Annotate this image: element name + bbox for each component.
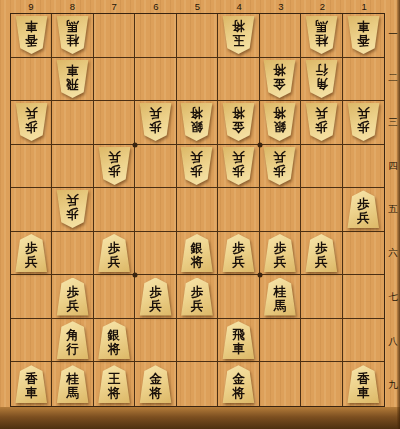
cell-5-8[interactable] bbox=[177, 319, 218, 363]
cell-4-2[interactable] bbox=[218, 58, 259, 102]
file-label-6: 6 bbox=[135, 0, 177, 13]
cell-8-1[interactable]: 桂馬 bbox=[52, 14, 93, 58]
piece-sente-pawn[interactable]: 歩兵 bbox=[180, 278, 213, 316]
cell-2-4[interactable] bbox=[301, 145, 342, 189]
cell-5-9[interactable] bbox=[177, 362, 218, 406]
cell-4-7[interactable] bbox=[218, 275, 259, 319]
cell-1-3[interactable]: 歩兵 bbox=[343, 101, 384, 145]
piece-gote-gold[interactable]: 金将 bbox=[222, 103, 255, 141]
cell-1-4[interactable] bbox=[343, 145, 384, 189]
cell-2-6[interactable]: 歩兵 bbox=[301, 232, 342, 276]
cell-9-7[interactable] bbox=[11, 275, 52, 319]
cell-6-8[interactable] bbox=[135, 319, 176, 363]
file-label-4: 4 bbox=[218, 0, 260, 13]
cell-4-5[interactable] bbox=[218, 188, 259, 232]
piece-sente-pawn[interactable]: 歩兵 bbox=[305, 234, 338, 272]
cell-7-7[interactable] bbox=[94, 275, 135, 319]
cell-5-3[interactable]: 銀将 bbox=[177, 101, 218, 145]
piece-sente-knight[interactable]: 桂馬 bbox=[263, 278, 296, 316]
piece-gote-pawn[interactable]: 歩兵 bbox=[347, 103, 380, 141]
cell-5-6[interactable]: 銀将 bbox=[177, 232, 218, 276]
piece-gote-gold[interactable]: 金将 bbox=[263, 60, 296, 98]
cell-9-6[interactable]: 歩兵 bbox=[11, 232, 52, 276]
file-label-9: 9 bbox=[10, 0, 52, 13]
cell-6-7[interactable]: 歩兵 bbox=[135, 275, 176, 319]
piece-gote-bishop[interactable]: 角行 bbox=[305, 60, 338, 98]
piece-sente-lance[interactable]: 香車 bbox=[15, 365, 48, 403]
cell-5-7[interactable]: 歩兵 bbox=[177, 275, 218, 319]
cell-6-6[interactable] bbox=[135, 232, 176, 276]
piece-sente-pawn[interactable]: 歩兵 bbox=[263, 234, 296, 272]
file-label-2: 2 bbox=[302, 0, 344, 13]
cell-7-5[interactable] bbox=[94, 188, 135, 232]
piece-sente-gold[interactable]: 金将 bbox=[222, 365, 255, 403]
file-label-7: 7 bbox=[93, 0, 135, 13]
cell-6-3[interactable]: 歩兵 bbox=[135, 101, 176, 145]
cell-7-9[interactable]: 王将 bbox=[94, 362, 135, 406]
cell-3-9[interactable] bbox=[260, 362, 301, 406]
cell-2-3[interactable]: 歩兵 bbox=[301, 101, 342, 145]
cell-7-6[interactable]: 歩兵 bbox=[94, 232, 135, 276]
cell-2-5[interactable] bbox=[301, 188, 342, 232]
piece-gote-knight[interactable]: 桂馬 bbox=[56, 16, 89, 54]
piece-gote-lance[interactable]: 香車 bbox=[15, 16, 48, 54]
hoshi-dot bbox=[257, 273, 262, 278]
cell-1-8[interactable] bbox=[343, 319, 384, 363]
piece-gote-pawn[interactable]: 歩兵 bbox=[56, 190, 89, 228]
piece-gote-pawn[interactable]: 歩兵 bbox=[305, 103, 338, 141]
cell-8-6[interactable] bbox=[52, 232, 93, 276]
cell-3-1[interactable] bbox=[260, 14, 301, 58]
file-label-8: 8 bbox=[52, 0, 94, 13]
piece-gote-silver[interactable]: 銀将 bbox=[263, 103, 296, 141]
cell-2-9[interactable] bbox=[301, 362, 342, 406]
cell-5-1[interactable] bbox=[177, 14, 218, 58]
cell-7-1[interactable] bbox=[94, 14, 135, 58]
cell-8-4[interactable] bbox=[52, 145, 93, 189]
cell-2-8[interactable] bbox=[301, 319, 342, 363]
piece-gote-pawn[interactable]: 歩兵 bbox=[180, 147, 213, 185]
piece-gote-pawn[interactable]: 歩兵 bbox=[263, 147, 296, 185]
piece-sente-silver[interactable]: 銀将 bbox=[98, 321, 131, 359]
piece-gote-lance[interactable]: 香車 bbox=[347, 16, 380, 54]
hoshi-dot bbox=[133, 142, 138, 147]
cell-1-2[interactable] bbox=[343, 58, 384, 102]
cell-7-3[interactable] bbox=[94, 101, 135, 145]
piece-sente-pawn[interactable]: 歩兵 bbox=[139, 278, 172, 316]
piece-sente-pawn[interactable]: 歩兵 bbox=[347, 190, 380, 228]
cell-6-4[interactable] bbox=[135, 145, 176, 189]
piece-sente-gold[interactable]: 金将 bbox=[139, 365, 172, 403]
cell-2-2[interactable]: 角行 bbox=[301, 58, 342, 102]
cell-1-6[interactable] bbox=[343, 232, 384, 276]
piece-gote-pawn[interactable]: 歩兵 bbox=[15, 103, 48, 141]
piece-gote-pawn[interactable]: 歩兵 bbox=[98, 147, 131, 185]
cell-9-1[interactable]: 香車 bbox=[11, 14, 52, 58]
cell-9-3[interactable]: 歩兵 bbox=[11, 101, 52, 145]
file-label-1: 1 bbox=[343, 0, 385, 13]
file-label-3: 3 bbox=[260, 0, 302, 13]
piece-sente-knight[interactable]: 桂馬 bbox=[56, 365, 89, 403]
cell-8-8[interactable]: 角行 bbox=[52, 319, 93, 363]
cell-8-7[interactable]: 歩兵 bbox=[52, 275, 93, 319]
cell-4-6[interactable]: 歩兵 bbox=[218, 232, 259, 276]
cell-4-9[interactable]: 金将 bbox=[218, 362, 259, 406]
cell-8-3[interactable] bbox=[52, 101, 93, 145]
cell-3-5[interactable] bbox=[260, 188, 301, 232]
piece-gote-pawn[interactable]: 歩兵 bbox=[222, 147, 255, 185]
piece-sente-lance[interactable]: 香車 bbox=[347, 365, 380, 403]
hoshi-dot bbox=[257, 142, 262, 147]
cell-9-4[interactable] bbox=[11, 145, 52, 189]
cell-3-6[interactable]: 歩兵 bbox=[260, 232, 301, 276]
cell-5-5[interactable] bbox=[177, 188, 218, 232]
cell-4-4[interactable]: 歩兵 bbox=[218, 145, 259, 189]
cell-9-5[interactable] bbox=[11, 188, 52, 232]
board-grid: 香車桂馬玉将桂馬香車飛車金将角行歩兵歩兵銀将金将銀将歩兵歩兵歩兵歩兵歩兵歩兵歩兵… bbox=[10, 13, 385, 407]
piece-sente-pawn[interactable]: 歩兵 bbox=[15, 234, 48, 272]
file-labels: 987654321 bbox=[10, 0, 385, 13]
cell-3-8[interactable] bbox=[260, 319, 301, 363]
cell-9-9[interactable]: 香車 bbox=[11, 362, 52, 406]
cell-8-5[interactable]: 歩兵 bbox=[52, 188, 93, 232]
piece-gote-silver[interactable]: 銀将 bbox=[180, 103, 213, 141]
cell-2-7[interactable] bbox=[301, 275, 342, 319]
piece-gote-knight[interactable]: 桂馬 bbox=[305, 16, 338, 54]
cell-6-5[interactable] bbox=[135, 188, 176, 232]
cell-3-4[interactable]: 歩兵 bbox=[260, 145, 301, 189]
file-label-5: 5 bbox=[177, 0, 219, 13]
piece-sente-pawn[interactable]: 歩兵 bbox=[98, 234, 131, 272]
cell-3-7[interactable]: 桂馬 bbox=[260, 275, 301, 319]
piece-sente-pawn[interactable]: 歩兵 bbox=[222, 234, 255, 272]
cell-4-3[interactable]: 金将 bbox=[218, 101, 259, 145]
cell-8-9[interactable]: 桂馬 bbox=[52, 362, 93, 406]
cell-3-3[interactable]: 銀将 bbox=[260, 101, 301, 145]
piece-sente-bishop[interactable]: 角行 bbox=[56, 321, 89, 359]
cell-4-1[interactable]: 玉将 bbox=[218, 14, 259, 58]
cell-1-7[interactable] bbox=[343, 275, 384, 319]
shogi-board-app: 987654321 一二三四五六七八九 香車桂馬玉将桂馬香車飛車金将角行歩兵歩兵… bbox=[0, 0, 400, 429]
board-bottom-edge bbox=[0, 407, 400, 429]
cell-9-8[interactable] bbox=[11, 319, 52, 363]
cell-7-8[interactable]: 銀将 bbox=[94, 319, 135, 363]
piece-gote-rook[interactable]: 飛車 bbox=[56, 60, 89, 98]
piece-sente-rook[interactable]: 飛車 bbox=[222, 321, 255, 359]
cell-1-9[interactable]: 香車 bbox=[343, 362, 384, 406]
piece-gote-pawn[interactable]: 歩兵 bbox=[139, 103, 172, 141]
piece-sente-silver[interactable]: 銀将 bbox=[180, 234, 213, 272]
piece-gote-king[interactable]: 玉将 bbox=[222, 16, 255, 54]
cell-6-2[interactable] bbox=[135, 58, 176, 102]
cell-7-4[interactable]: 歩兵 bbox=[94, 145, 135, 189]
cell-2-1[interactable]: 桂馬 bbox=[301, 14, 342, 58]
cell-5-4[interactable]: 歩兵 bbox=[177, 145, 218, 189]
cell-6-9[interactable]: 金将 bbox=[135, 362, 176, 406]
cell-4-8[interactable]: 飛車 bbox=[218, 319, 259, 363]
cell-1-1[interactable]: 香車 bbox=[343, 14, 384, 58]
cell-7-2[interactable] bbox=[94, 58, 135, 102]
cell-1-5[interactable]: 歩兵 bbox=[343, 188, 384, 232]
cell-8-2[interactable]: 飛車 bbox=[52, 58, 93, 102]
cell-3-2[interactable]: 金将 bbox=[260, 58, 301, 102]
cell-9-2[interactable] bbox=[11, 58, 52, 102]
piece-sente-pawn[interactable]: 歩兵 bbox=[56, 278, 89, 316]
piece-sente-king[interactable]: 王将 bbox=[98, 365, 131, 403]
cell-5-2[interactable] bbox=[177, 58, 218, 102]
hoshi-dot bbox=[133, 273, 138, 278]
cell-6-1[interactable] bbox=[135, 14, 176, 58]
